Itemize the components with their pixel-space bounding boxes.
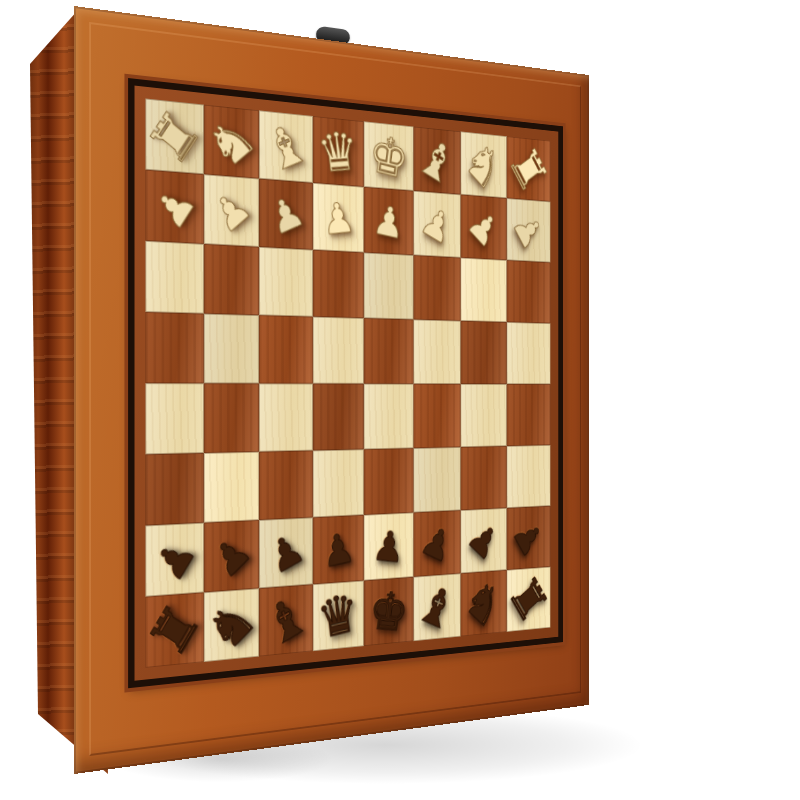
square-e6[interactable] bbox=[364, 252, 413, 319]
square-g4[interactable] bbox=[461, 384, 507, 447]
piece-black-knight[interactable]: ♞ bbox=[456, 570, 510, 637]
board-trim: ♜♞♝♛♚♝♞♜♟♟♟♟♟♟♟♟♟♟♟♟♟♟♟♟♜♞♝♛♚♝♞♜ bbox=[128, 78, 563, 688]
square-c5[interactable] bbox=[259, 315, 312, 383]
piece-black-pawn[interactable]: ♟ bbox=[263, 525, 309, 580]
piece-black-pawn[interactable]: ♟ bbox=[147, 531, 201, 588]
square-d4[interactable] bbox=[312, 384, 363, 451]
square-a1[interactable]: ♜ bbox=[145, 592, 203, 667]
square-c3[interactable] bbox=[259, 451, 312, 521]
square-c1[interactable]: ♝ bbox=[259, 584, 312, 656]
square-g2[interactable]: ♟ bbox=[461, 508, 507, 573]
square-f1[interactable]: ♝ bbox=[413, 573, 460, 641]
square-e8[interactable]: ♚ bbox=[364, 121, 413, 191]
square-h5[interactable] bbox=[506, 322, 550, 384]
piece-white-rook[interactable]: ♜ bbox=[140, 99, 208, 173]
piece-black-knight[interactable]: ♞ bbox=[198, 588, 264, 662]
piece-black-pawn[interactable]: ♟ bbox=[371, 524, 407, 568]
piece-white-bishop[interactable]: ♝ bbox=[257, 114, 315, 181]
square-b4[interactable] bbox=[203, 383, 259, 453]
square-d2[interactable]: ♟ bbox=[312, 515, 363, 584]
square-f4[interactable] bbox=[413, 384, 460, 448]
square-a2[interactable]: ♟ bbox=[145, 523, 203, 597]
piece-black-queen[interactable]: ♛ bbox=[315, 585, 362, 647]
square-d1[interactable]: ♛ bbox=[312, 581, 363, 652]
square-f6[interactable] bbox=[413, 255, 460, 321]
square-h2[interactable]: ♟ bbox=[506, 506, 550, 570]
piece-black-pawn[interactable]: ♟ bbox=[416, 518, 457, 568]
square-f3[interactable] bbox=[413, 447, 460, 512]
square-b2[interactable]: ♟ bbox=[203, 520, 259, 592]
square-c4[interactable] bbox=[259, 383, 312, 451]
square-a7[interactable]: ♟ bbox=[145, 170, 203, 244]
square-a4[interactable] bbox=[145, 383, 203, 454]
square-h3[interactable] bbox=[506, 445, 550, 508]
piece-black-rook[interactable]: ♜ bbox=[140, 594, 208, 665]
square-a6[interactable] bbox=[145, 241, 203, 314]
square-c2[interactable]: ♟ bbox=[259, 517, 312, 588]
piece-white-pawn[interactable]: ♟ bbox=[416, 198, 457, 250]
square-h4[interactable] bbox=[506, 384, 550, 446]
square-g3[interactable] bbox=[461, 446, 507, 510]
square-c8[interactable]: ♝ bbox=[259, 110, 312, 182]
piece-white-pawn[interactable]: ♟ bbox=[320, 196, 357, 241]
square-f2[interactable]: ♟ bbox=[413, 510, 460, 577]
piece-white-rook[interactable]: ♜ bbox=[502, 138, 554, 200]
piece-black-bishop[interactable]: ♝ bbox=[411, 575, 463, 638]
square-b6[interactable] bbox=[203, 244, 259, 315]
square-h7[interactable]: ♟ bbox=[506, 198, 550, 262]
square-g7[interactable]: ♟ bbox=[461, 195, 507, 261]
piece-black-pawn[interactable]: ♟ bbox=[320, 525, 357, 573]
piece-white-knight[interactable]: ♞ bbox=[198, 105, 264, 178]
square-b5[interactable] bbox=[203, 314, 259, 384]
square-e4[interactable] bbox=[364, 384, 413, 450]
chess-board[interactable]: ♜♞♝♛♚♝♞♜♟♟♟♟♟♟♟♟♟♟♟♟♟♟♟♟♜♞♝♛♚♝♞♜ bbox=[145, 98, 550, 667]
product-photo-scene: ♜♞♝♛♚♝♞♜♟♟♟♟♟♟♟♟♟♟♟♟♟♟♟♟♜♞♝♛♚♝♞♜ bbox=[0, 0, 800, 800]
square-f7[interactable]: ♟ bbox=[413, 191, 460, 258]
piece-black-bishop[interactable]: ♝ bbox=[257, 585, 315, 655]
square-e3[interactable] bbox=[364, 448, 413, 515]
piece-black-pawn[interactable]: ♟ bbox=[205, 527, 257, 585]
square-d7[interactable]: ♟ bbox=[312, 183, 363, 253]
square-a3[interactable] bbox=[145, 453, 203, 526]
square-e2[interactable]: ♟ bbox=[364, 513, 413, 581]
square-b3[interactable] bbox=[203, 452, 259, 523]
square-d6[interactable] bbox=[312, 250, 363, 318]
square-d3[interactable] bbox=[312, 449, 363, 517]
piece-white-knight[interactable]: ♞ bbox=[456, 132, 510, 199]
square-h6[interactable] bbox=[506, 260, 550, 323]
chess-box: ♜♞♝♛♚♝♞♜♟♟♟♟♟♟♟♟♟♟♟♟♟♟♟♟♜♞♝♛♚♝♞♜ bbox=[74, 6, 589, 774]
piece-black-king[interactable]: ♚ bbox=[366, 584, 411, 639]
square-g1[interactable]: ♞ bbox=[461, 570, 507, 637]
piece-white-pawn[interactable]: ♟ bbox=[263, 188, 309, 241]
square-d8[interactable]: ♛ bbox=[312, 116, 363, 187]
square-a8[interactable]: ♜ bbox=[145, 98, 203, 174]
piece-white-bishop[interactable]: ♝ bbox=[411, 128, 463, 194]
square-e7[interactable]: ♟ bbox=[364, 187, 413, 255]
piece-white-queen[interactable]: ♛ bbox=[315, 124, 362, 180]
piece-black-pawn[interactable]: ♟ bbox=[508, 512, 549, 563]
square-e1[interactable]: ♚ bbox=[364, 577, 413, 646]
square-c7[interactable]: ♟ bbox=[259, 179, 312, 250]
piece-white-pawn[interactable]: ♟ bbox=[508, 206, 549, 256]
piece-white-pawn[interactable]: ♟ bbox=[371, 198, 407, 245]
square-f5[interactable] bbox=[413, 319, 460, 383]
piece-black-rook[interactable]: ♜ bbox=[502, 567, 554, 632]
piece-white-pawn[interactable]: ♟ bbox=[205, 182, 257, 240]
piece-white-pawn[interactable]: ♟ bbox=[462, 201, 505, 254]
square-e5[interactable] bbox=[364, 318, 413, 384]
square-f8[interactable]: ♝ bbox=[413, 126, 460, 194]
square-a5[interactable] bbox=[145, 312, 203, 383]
square-c6[interactable] bbox=[259, 247, 312, 317]
square-h8[interactable]: ♜ bbox=[506, 136, 550, 201]
square-g6[interactable] bbox=[461, 258, 507, 322]
square-g8[interactable]: ♞ bbox=[461, 131, 507, 198]
piece-white-pawn[interactable]: ♟ bbox=[147, 178, 201, 237]
square-b1[interactable]: ♞ bbox=[203, 588, 259, 662]
square-d5[interactable] bbox=[312, 317, 363, 384]
square-b7[interactable]: ♟ bbox=[203, 174, 259, 247]
square-g5[interactable] bbox=[461, 321, 507, 384]
square-h1[interactable]: ♜ bbox=[506, 567, 550, 632]
piece-white-king[interactable]: ♚ bbox=[366, 126, 411, 187]
square-b8[interactable]: ♞ bbox=[203, 105, 259, 179]
piece-black-pawn[interactable]: ♟ bbox=[462, 514, 505, 567]
